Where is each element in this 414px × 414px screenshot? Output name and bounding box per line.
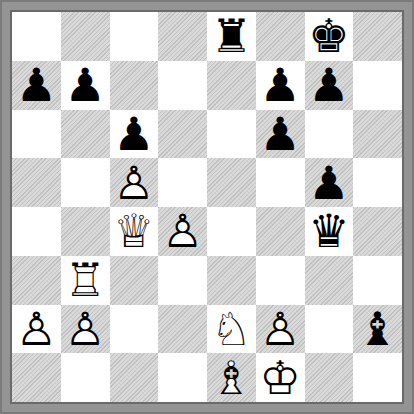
white-pawn-fill-glyph: ♟ xyxy=(256,305,305,354)
black-bishop-h2[interactable]: ♝ xyxy=(353,305,402,354)
square-h4[interactable] xyxy=(353,207,402,256)
square-c4[interactable]: ♛♕ xyxy=(110,207,159,256)
square-c2[interactable] xyxy=(110,305,159,354)
square-a8[interactable] xyxy=(12,12,61,61)
square-c8[interactable] xyxy=(110,12,159,61)
square-d3[interactable] xyxy=(158,256,207,305)
square-e4[interactable] xyxy=(207,207,256,256)
square-e2[interactable]: ♞♘ xyxy=(207,305,256,354)
white-pawn-d4[interactable]: ♟♙ xyxy=(158,207,207,256)
square-g2[interactable] xyxy=(305,305,354,354)
black-pawn-glyph: ♟ xyxy=(61,61,110,110)
black-pawn-a7[interactable]: ♟ xyxy=(12,61,61,110)
square-c7[interactable] xyxy=(110,61,159,110)
square-a1[interactable] xyxy=(12,353,61,402)
black-pawn-glyph: ♟ xyxy=(256,110,305,159)
black-king-g8[interactable]: ♚ xyxy=(305,12,354,61)
square-f4[interactable] xyxy=(256,207,305,256)
square-g8[interactable]: ♚ xyxy=(305,12,354,61)
black-bishop-glyph: ♝ xyxy=(353,305,402,354)
white-knight-e2[interactable]: ♞♘ xyxy=(207,305,256,354)
square-c3[interactable] xyxy=(110,256,159,305)
square-f6[interactable]: ♟ xyxy=(256,110,305,159)
square-c5[interactable]: ♟♙ xyxy=(110,158,159,207)
black-pawn-b7[interactable]: ♟ xyxy=(61,61,110,110)
white-pawn-c5[interactable]: ♟♙ xyxy=(110,158,159,207)
square-h8[interactable] xyxy=(353,12,402,61)
white-rook-fill-glyph: ♜ xyxy=(61,256,110,305)
square-c1[interactable] xyxy=(110,353,159,402)
square-e1[interactable]: ♝♗ xyxy=(207,353,256,402)
white-knight-outline-glyph: ♘ xyxy=(207,305,256,354)
white-pawn-b2[interactable]: ♟♙ xyxy=(61,305,110,354)
white-rook-outline-glyph: ♖ xyxy=(61,256,110,305)
black-pawn-glyph: ♟ xyxy=(305,61,354,110)
white-pawn-outline-glyph: ♙ xyxy=(256,305,305,354)
white-king-f1[interactable]: ♚♔ xyxy=(256,353,305,402)
white-pawn-fill-glyph: ♟ xyxy=(61,305,110,354)
black-king-glyph: ♚ xyxy=(305,12,354,61)
square-g4[interactable]: ♛ xyxy=(305,207,354,256)
square-h7[interactable] xyxy=(353,61,402,110)
square-a3[interactable] xyxy=(12,256,61,305)
white-queen-c4[interactable]: ♛♕ xyxy=(110,207,159,256)
black-pawn-glyph: ♟ xyxy=(256,61,305,110)
square-e6[interactable] xyxy=(207,110,256,159)
black-queen-glyph: ♛ xyxy=(305,207,354,256)
square-f3[interactable] xyxy=(256,256,305,305)
square-b6[interactable] xyxy=(61,110,110,159)
square-f7[interactable]: ♟ xyxy=(256,61,305,110)
square-e3[interactable] xyxy=(207,256,256,305)
square-h2[interactable]: ♝ xyxy=(353,305,402,354)
white-bishop-fill-glyph: ♝ xyxy=(207,353,256,402)
square-f5[interactable] xyxy=(256,158,305,207)
white-pawn-fill-glyph: ♟ xyxy=(12,305,61,354)
white-rook-b3[interactable]: ♜♖ xyxy=(61,256,110,305)
square-h3[interactable] xyxy=(353,256,402,305)
square-h6[interactable] xyxy=(353,110,402,159)
square-f2[interactable]: ♟♙ xyxy=(256,305,305,354)
white-pawn-outline-glyph: ♙ xyxy=(12,305,61,354)
board-frame: ♜♚♟♟♟♟♟♟♟♙♟♛♕♟♙♛♜♖♟♙♟♙♞♘♟♙♝♝♗♚♔ xyxy=(0,0,414,414)
square-d5[interactable] xyxy=(158,158,207,207)
square-g5[interactable]: ♟ xyxy=(305,158,354,207)
black-pawn-f7[interactable]: ♟ xyxy=(256,61,305,110)
black-rook-glyph: ♜ xyxy=(207,12,256,61)
square-d2[interactable] xyxy=(158,305,207,354)
black-pawn-g7[interactable]: ♟ xyxy=(305,61,354,110)
square-d6[interactable] xyxy=(158,110,207,159)
white-king-fill-glyph: ♚ xyxy=(256,353,305,402)
black-pawn-g5[interactable]: ♟ xyxy=(305,158,354,207)
square-b5[interactable] xyxy=(61,158,110,207)
square-g7[interactable]: ♟ xyxy=(305,61,354,110)
square-d7[interactable] xyxy=(158,61,207,110)
black-pawn-c6[interactable]: ♟ xyxy=(110,110,159,159)
black-pawn-glyph: ♟ xyxy=(305,158,354,207)
white-pawn-outline-glyph: ♙ xyxy=(158,207,207,256)
white-pawn-outline-glyph: ♙ xyxy=(110,158,159,207)
square-g1[interactable] xyxy=(305,353,354,402)
white-pawn-outline-glyph: ♙ xyxy=(61,305,110,354)
square-b1[interactable] xyxy=(61,353,110,402)
square-d1[interactable] xyxy=(158,353,207,402)
square-h5[interactable] xyxy=(353,158,402,207)
square-e8[interactable]: ♜ xyxy=(207,12,256,61)
black-queen-g4[interactable]: ♛ xyxy=(305,207,354,256)
square-b2[interactable]: ♟♙ xyxy=(61,305,110,354)
white-pawn-fill-glyph: ♟ xyxy=(158,207,207,256)
chess-board: ♜♚♟♟♟♟♟♟♟♙♟♛♕♟♙♛♜♖♟♙♟♙♞♘♟♙♝♝♗♚♔ xyxy=(10,10,404,404)
white-knight-fill-glyph: ♞ xyxy=(207,305,256,354)
square-f8[interactable] xyxy=(256,12,305,61)
black-pawn-glyph: ♟ xyxy=(110,110,159,159)
square-b3[interactable]: ♜♖ xyxy=(61,256,110,305)
white-queen-fill-glyph: ♛ xyxy=(110,207,159,256)
square-b8[interactable] xyxy=(61,12,110,61)
square-b7[interactable]: ♟ xyxy=(61,61,110,110)
square-a2[interactable]: ♟♙ xyxy=(12,305,61,354)
square-a4[interactable] xyxy=(12,207,61,256)
square-a5[interactable] xyxy=(12,158,61,207)
square-d4[interactable]: ♟♙ xyxy=(158,207,207,256)
square-a6[interactable] xyxy=(12,110,61,159)
square-c6[interactable]: ♟ xyxy=(110,110,159,159)
white-pawn-fill-glyph: ♟ xyxy=(110,158,159,207)
square-d8[interactable] xyxy=(158,12,207,61)
white-king-outline-glyph: ♔ xyxy=(256,353,305,402)
white-queen-outline-glyph: ♕ xyxy=(110,207,159,256)
black-rook-e8[interactable]: ♜ xyxy=(207,12,256,61)
square-h1[interactable] xyxy=(353,353,402,402)
black-pawn-f6[interactable]: ♟ xyxy=(256,110,305,159)
black-pawn-glyph: ♟ xyxy=(12,61,61,110)
white-pawn-f2[interactable]: ♟♙ xyxy=(256,305,305,354)
white-bishop-e1[interactable]: ♝♗ xyxy=(207,353,256,402)
white-pawn-a2[interactable]: ♟♙ xyxy=(12,305,61,354)
square-g6[interactable] xyxy=(305,110,354,159)
square-g3[interactable] xyxy=(305,256,354,305)
square-a7[interactable]: ♟ xyxy=(12,61,61,110)
square-e7[interactable] xyxy=(207,61,256,110)
white-bishop-outline-glyph: ♗ xyxy=(207,353,256,402)
square-b4[interactable] xyxy=(61,207,110,256)
square-e5[interactable] xyxy=(207,158,256,207)
square-f1[interactable]: ♚♔ xyxy=(256,353,305,402)
